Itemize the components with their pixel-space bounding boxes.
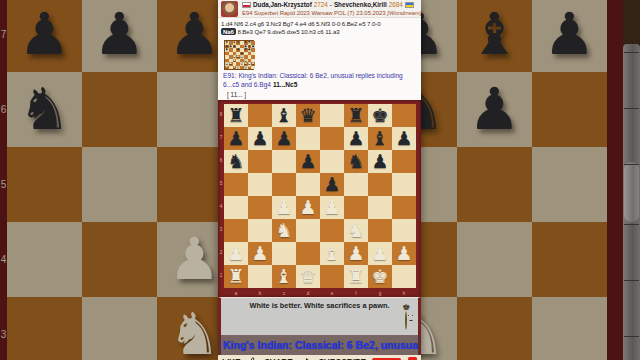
variation-link[interactable]: [ 11... ] [218, 89, 421, 98]
square-f6[interactable]: ♞ [344, 150, 368, 173]
main-rank-label-8: 8 [218, 112, 224, 117]
black-bishop-g7: ♝ [371, 127, 388, 150]
white-rating: 2724 [314, 1, 328, 9]
square-c3[interactable]: ♞ [272, 219, 296, 242]
square-f2[interactable]: ♟ [344, 242, 368, 265]
players-line: Duda,Jan-Krzysztof 2724 - Shevchenko,Kir… [242, 1, 419, 9]
white-rook-a1: ♜ [227, 265, 244, 288]
square-c1[interactable]: ♝ [272, 265, 296, 288]
mini-board-thumbnail: ♜♝♛♜♚♟♟♟♟♝♟♞♟♞♟♟♟♟♟♞♞♟♟♝♟♟♟♜♝♛♜♚ [224, 40, 254, 70]
square-h4[interactable] [392, 196, 416, 219]
game-header: Duda,Jan-Krzysztof 2724 - Shevchenko,Kir… [218, 0, 421, 18]
square-h5[interactable] [392, 173, 416, 196]
share-arrow-icon[interactable] [299, 357, 312, 360]
main-file-label-b: b [248, 291, 272, 296]
square-g2[interactable]: ♟ [368, 242, 392, 265]
square-f5[interactable] [344, 173, 368, 196]
event-info: E94 Superbet Rapid 2023 Warsaw POL (7) 2… [242, 10, 386, 16]
square-a2[interactable]: ♟ [224, 242, 248, 265]
square-a5[interactable] [224, 173, 248, 196]
white-pawn-a2: ♟ [227, 242, 244, 265]
main-file-label-h: h [392, 291, 416, 296]
square-e4[interactable]: ♟ [320, 196, 344, 219]
social-action-bar: LIKE SHARE SUBSCRIBE SUBSCRIBE [218, 355, 421, 360]
black-player-name: Shevchenko,Kirill [334, 1, 387, 9]
square-a3[interactable] [224, 219, 248, 242]
square-b2[interactable]: ♟ [248, 242, 272, 265]
white-king-g1: ♚ [371, 265, 388, 288]
square-c5[interactable] [272, 173, 296, 196]
square-d5[interactable] [296, 173, 320, 196]
main-chessboard[interactable]: ♜♝♛♜♚♟♟♟♟♝♟♞♟♞♟♟♟♟♟♞♞♟♟♝♟♟♟♜♝♛♜♚ [224, 104, 416, 288]
square-d7[interactable] [296, 127, 320, 150]
black-knight-a6: ♞ [227, 150, 244, 173]
square-h8[interactable] [392, 104, 416, 127]
square-a4[interactable] [224, 196, 248, 219]
subscribe-label[interactable]: SUBSCRIBE [318, 357, 366, 360]
square-e7[interactable] [320, 127, 344, 150]
square-b5[interactable] [248, 173, 272, 196]
square-g3[interactable] [368, 219, 392, 242]
white-pawn-e4: ♟ [323, 196, 340, 219]
main-rank-label-2: 2 [218, 250, 224, 255]
moves-line-2-rest[interactable]: 8.Be3 Qe7 9.dxe5 dxe5 10.h3 c6 11.a3 [237, 28, 339, 35]
main-rank-label-6: 6 [218, 158, 224, 163]
main-file-label-e: e [320, 291, 344, 296]
black-knight-f6: ♞ [347, 150, 364, 173]
black-rook-a8: ♜ [227, 104, 244, 127]
opening-next-move: 11...Nc5 [273, 81, 298, 88]
square-b8[interactable] [248, 104, 272, 127]
white-knight-f3: ♞ [347, 219, 364, 242]
white-pawn-c4: ♟ [275, 196, 292, 219]
square-f7[interactable]: ♟ [344, 127, 368, 150]
square-e1[interactable] [320, 265, 344, 288]
evaluation-box: White is better. White sacrifices a pawn… [218, 297, 421, 335]
square-e8[interactable] [320, 104, 344, 127]
square-e2[interactable]: ♝ [320, 242, 344, 265]
square-a7[interactable]: ♟ [224, 127, 248, 150]
square-c7[interactable]: ♟ [272, 127, 296, 150]
black-pawn-h7: ♟ [395, 127, 412, 150]
ukraine-flag-icon [405, 2, 414, 8]
main-file-label-c: c [272, 291, 296, 296]
square-c6[interactable] [272, 150, 296, 173]
white-rook-f1: ♜ [347, 265, 364, 288]
caption-text: King's Indian: Classical: 6 Be2, unusual… [221, 339, 421, 351]
square-e5[interactable]: ♟ [320, 173, 344, 196]
square-d4[interactable]: ♟ [296, 196, 320, 219]
black-pawn-a7: ♟ [227, 127, 244, 150]
square-b4[interactable] [248, 196, 272, 219]
annotator: [Wondrream] [387, 10, 421, 16]
thumbnail-row: ♜♝♛♜♚♟♟♟♟♝♟♞♟♞♟♟♟♟♟♞♞♟♟♝♟♟♟♜♝♛♜♚ [218, 37, 421, 70]
poland-flag-icon [242, 2, 251, 8]
main-file-label-g: g [368, 291, 392, 296]
streamer-avatar [221, 1, 238, 17]
opening-name: E91: King's Indian: Classical: 6 Be2, un… [223, 72, 403, 88]
square-b6[interactable] [248, 150, 272, 173]
black-pawn-g6: ♟ [371, 150, 388, 173]
black-queen-d8: ♛ [299, 104, 316, 127]
black-pawn-f7: ♟ [347, 127, 364, 150]
square-g5[interactable] [368, 173, 392, 196]
white-pawn-d4: ♟ [299, 196, 316, 219]
white-knight-c3: ♞ [275, 219, 292, 242]
square-e6[interactable] [320, 150, 344, 173]
video-frame: ♜♝♛♜♚♟♟♟♟♝♟♞♟♞♟♟♟♟♟♞♞♟♟♝♟♟♟♜♝♛♜♚ 76543 D… [0, 0, 640, 360]
black-pawn-b7: ♟ [251, 127, 268, 150]
square-h6[interactable] [392, 150, 416, 173]
square-e3[interactable] [320, 219, 344, 242]
white-pawn-g2: ♟ [371, 242, 388, 265]
black-rating: 2684 [389, 1, 403, 9]
square-g1[interactable]: ♚ [368, 265, 392, 288]
white-bishop-c1: ♝ [275, 265, 292, 288]
white-pawn-b2: ♟ [251, 242, 268, 265]
square-b7[interactable]: ♟ [248, 127, 272, 150]
event-line: E94 Superbet Rapid 2023 Warsaw POL (7) 2… [242, 9, 419, 17]
square-g8[interactable]: ♚ [368, 104, 392, 127]
square-f8[interactable]: ♜ [344, 104, 368, 127]
square-d8[interactable]: ♛ [296, 104, 320, 127]
square-g7[interactable]: ♝ [368, 127, 392, 150]
share-button[interactable]: SHARE [264, 357, 292, 360]
square-d2[interactable] [296, 242, 320, 265]
square-h3[interactable] [392, 219, 416, 242]
main-board-frame: ♜♝♛♜♚♟♟♟♟♝♟♞♟♞♟♟♟♟♟♞♞♟♟♝♟♟♟♜♝♛♜♚ 8765432… [218, 100, 421, 297]
square-d1[interactable]: ♛ [296, 265, 320, 288]
square-c4[interactable]: ♟ [272, 196, 296, 219]
black-rook-f8: ♜ [347, 104, 364, 127]
square-a6[interactable]: ♞ [224, 150, 248, 173]
main-rank-label-3: 3 [218, 227, 224, 232]
main-file-label-d: d [296, 291, 320, 296]
analysis-panel: Duda,Jan-Krzysztof 2724 - Shevchenko,Kir… [218, 0, 421, 360]
main-rank-label-5: 5 [218, 181, 224, 186]
black-pawn-d6: ♟ [299, 150, 316, 173]
square-d6[interactable]: ♟ [296, 150, 320, 173]
moves-line-1[interactable]: 1.d4 Nf6 2.c4 g6 3.Nc3 Bg7 4.e4 d6 5.Nf3… [221, 20, 418, 28]
square-h2[interactable]: ♟ [392, 242, 416, 265]
square-c8[interactable]: ♝ [272, 104, 296, 127]
black-bishop-c8: ♝ [275, 104, 292, 127]
white-bishop-e2: ♝ [323, 242, 340, 265]
black-pawn-e5: ♟ [323, 173, 340, 196]
caption-strip: King's Indian: Classical: 6 Be2, unusual… [218, 335, 421, 355]
square-b3[interactable] [248, 219, 272, 242]
players-separator: - [330, 1, 332, 9]
thumbs-up-icon[interactable] [247, 357, 258, 360]
square-f3[interactable]: ♞ [344, 219, 368, 242]
main-file-label-f: f [344, 291, 368, 296]
black-king-g8: ♚ [371, 104, 388, 127]
main-rank-label-4: 4 [218, 204, 224, 209]
square-h1[interactable] [392, 265, 416, 288]
main-rank-label-7: 7 [218, 135, 224, 140]
main-rank-label-1: 1 [218, 273, 224, 278]
black-pawn-c7: ♟ [275, 127, 292, 150]
white-pawn-f2: ♟ [347, 242, 364, 265]
evaluation-text: White is better. White sacrifices a pawn… [221, 301, 418, 310]
square-g6[interactable]: ♟ [368, 150, 392, 173]
white-queen-d1: ♛ [299, 265, 316, 288]
main-file-label-a: a [224, 291, 248, 296]
square-f1[interactable]: ♜ [344, 265, 368, 288]
square-h7[interactable]: ♟ [392, 127, 416, 150]
white-player-name: Duda,Jan-Krzysztof [253, 1, 312, 9]
square-c2[interactable] [272, 242, 296, 265]
moves-line-2[interactable]: Na6 8.Be3 Qe7 9.dxe5 dxe5 10.h3 c6 11.a3 [221, 28, 418, 36]
square-a8[interactable]: ♜ [224, 104, 248, 127]
like-button[interactable]: LIKE [222, 357, 240, 360]
white-pawn-h2: ♟ [395, 242, 412, 265]
square-a1[interactable]: ♜ [224, 265, 248, 288]
square-g4[interactable] [368, 196, 392, 219]
current-move-badge[interactable]: Na6 [221, 28, 236, 35]
opening-description: E91: King's Indian: Classical: 6 Be2, un… [218, 70, 421, 89]
square-f4[interactable] [344, 196, 368, 219]
square-b1[interactable] [248, 265, 272, 288]
king-face-icon: ♚ [399, 303, 413, 324]
square-h1 [251, 66, 255, 70]
move-list[interactable]: 1.d4 Nf6 2.c4 g6 3.Nc3 Bg7 4.e4 d6 5.Nf3… [218, 18, 421, 37]
square-d3[interactable] [296, 219, 320, 242]
